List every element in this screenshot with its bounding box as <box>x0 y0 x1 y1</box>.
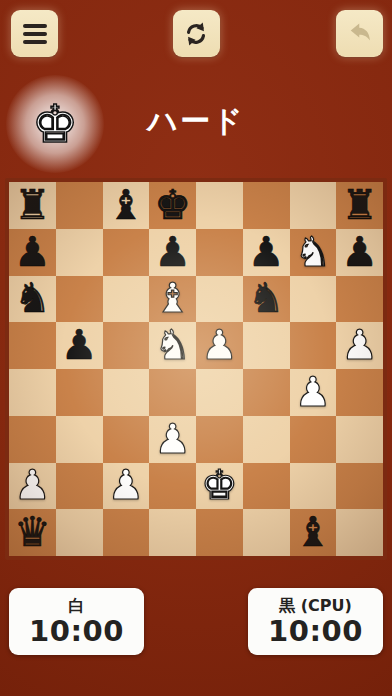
piece-black-pawn[interactable]: ♟ <box>341 232 378 273</box>
square-a3[interactable] <box>9 416 56 463</box>
square-f3[interactable] <box>243 416 290 463</box>
square-h8[interactable]: ♜ <box>336 182 383 229</box>
square-e1[interactable] <box>196 509 243 556</box>
square-a1[interactable]: ♛ <box>9 509 56 556</box>
square-c3[interactable] <box>103 416 150 463</box>
square-d2[interactable] <box>149 463 196 510</box>
square-g7[interactable]: ♞ <box>290 229 337 276</box>
white-clock-time: 10:00 <box>9 616 144 646</box>
square-h5[interactable]: ♟ <box>336 322 383 369</box>
square-e6[interactable] <box>196 276 243 323</box>
square-a7[interactable]: ♟ <box>9 229 56 276</box>
piece-white-pawn[interactable]: ♟ <box>154 419 191 460</box>
square-b2[interactable] <box>56 463 103 510</box>
square-f5[interactable] <box>243 322 290 369</box>
square-g3[interactable] <box>290 416 337 463</box>
square-c4[interactable] <box>103 369 150 416</box>
square-e8[interactable] <box>196 182 243 229</box>
square-f2[interactable] <box>243 463 290 510</box>
square-d5[interactable]: ♞ <box>149 322 196 369</box>
square-g1[interactable]: ♝ <box>290 509 337 556</box>
square-b5[interactable]: ♟ <box>56 322 103 369</box>
square-e4[interactable] <box>196 369 243 416</box>
square-c8[interactable]: ♝ <box>103 182 150 229</box>
piece-white-knight[interactable]: ♞ <box>294 232 331 273</box>
menu-button[interactable] <box>11 10 58 57</box>
square-h1[interactable] <box>336 509 383 556</box>
square-b7[interactable] <box>56 229 103 276</box>
square-f8[interactable] <box>243 182 290 229</box>
piece-white-king[interactable]: ♚ <box>201 465 238 506</box>
square-e3[interactable] <box>196 416 243 463</box>
square-a2[interactable]: ♟ <box>9 463 56 510</box>
square-e5[interactable]: ♟ <box>196 322 243 369</box>
black-clock[interactable]: 黒 (CPU) 10:00 <box>248 588 383 655</box>
clock-row: 白 10:00 黒 (CPU) 10:00 <box>0 588 392 655</box>
difficulty-title: ハード <box>0 101 392 142</box>
square-c7[interactable] <box>103 229 150 276</box>
square-b8[interactable] <box>56 182 103 229</box>
piece-white-pawn[interactable]: ♟ <box>341 325 378 366</box>
square-d1[interactable] <box>149 509 196 556</box>
new-game-button[interactable] <box>173 10 220 57</box>
chess-board: ♜♝♚♜♟♟♟♞♟♞♝♞♟♞♟♟♟♟♟♟♚♛♝ <box>9 182 383 556</box>
square-f7[interactable]: ♟ <box>243 229 290 276</box>
piece-black-pawn[interactable]: ♟ <box>61 325 98 366</box>
square-e7[interactable] <box>196 229 243 276</box>
black-clock-label: 黒 (CPU) <box>248 597 383 615</box>
undo-button[interactable] <box>336 10 383 57</box>
piece-black-pawn[interactable]: ♟ <box>154 232 191 273</box>
piece-black-queen[interactable]: ♛ <box>14 512 51 553</box>
square-c1[interactable] <box>103 509 150 556</box>
piece-white-knight[interactable]: ♞ <box>154 325 191 366</box>
square-h3[interactable] <box>336 416 383 463</box>
square-f6[interactable]: ♞ <box>243 276 290 323</box>
square-f4[interactable] <box>243 369 290 416</box>
white-clock[interactable]: 白 10:00 <box>9 588 144 655</box>
black-clock-time: 10:00 <box>248 616 383 646</box>
square-h4[interactable] <box>336 369 383 416</box>
square-a4[interactable] <box>9 369 56 416</box>
chess-app-screen: { "game": "chess", "header": { "title": … <box>0 0 392 696</box>
square-c6[interactable] <box>103 276 150 323</box>
piece-black-king[interactable]: ♚ <box>154 185 191 226</box>
refresh-icon <box>182 20 210 48</box>
square-d3[interactable]: ♟ <box>149 416 196 463</box>
square-f1[interactable] <box>243 509 290 556</box>
square-d4[interactable] <box>149 369 196 416</box>
square-a6[interactable]: ♞ <box>9 276 56 323</box>
square-b1[interactable] <box>56 509 103 556</box>
piece-white-pawn[interactable]: ♟ <box>14 465 51 506</box>
square-a8[interactable]: ♜ <box>9 182 56 229</box>
square-d7[interactable]: ♟ <box>149 229 196 276</box>
square-b6[interactable] <box>56 276 103 323</box>
piece-black-knight[interactable]: ♞ <box>248 278 285 319</box>
square-d8[interactable]: ♚ <box>149 182 196 229</box>
square-h2[interactable] <box>336 463 383 510</box>
piece-white-pawn[interactable]: ♟ <box>107 465 144 506</box>
square-h6[interactable] <box>336 276 383 323</box>
piece-black-rook[interactable]: ♜ <box>341 185 378 226</box>
square-b3[interactable] <box>56 416 103 463</box>
square-b4[interactable] <box>56 369 103 416</box>
square-g2[interactable] <box>290 463 337 510</box>
square-g5[interactable] <box>290 322 337 369</box>
board-frame: ♜♝♚♜♟♟♟♞♟♞♝♞♟♞♟♟♟♟♟♟♚♛♝ <box>5 178 387 560</box>
piece-black-rook[interactable]: ♜ <box>14 185 51 226</box>
square-g6[interactable] <box>290 276 337 323</box>
piece-white-pawn[interactable]: ♟ <box>294 372 331 413</box>
piece-black-pawn[interactable]: ♟ <box>248 232 285 273</box>
square-h7[interactable]: ♟ <box>336 229 383 276</box>
square-c2[interactable]: ♟ <box>103 463 150 510</box>
piece-black-pawn[interactable]: ♟ <box>14 232 51 273</box>
piece-black-knight[interactable]: ♞ <box>14 278 51 319</box>
piece-black-bishop[interactable]: ♝ <box>294 512 331 553</box>
piece-white-bishop[interactable]: ♝ <box>154 278 191 319</box>
square-e2[interactable]: ♚ <box>196 463 243 510</box>
square-g8[interactable] <box>290 182 337 229</box>
piece-white-pawn[interactable]: ♟ <box>201 325 238 366</box>
piece-black-bishop[interactable]: ♝ <box>107 185 144 226</box>
hamburger-icon <box>23 24 47 44</box>
square-c5[interactable] <box>103 322 150 369</box>
undo-arrow-icon <box>345 19 375 49</box>
square-g4[interactable]: ♟ <box>290 369 337 416</box>
square-a5[interactable] <box>9 322 56 369</box>
white-clock-label: 白 <box>9 597 144 615</box>
square-d6[interactable]: ♝ <box>149 276 196 323</box>
